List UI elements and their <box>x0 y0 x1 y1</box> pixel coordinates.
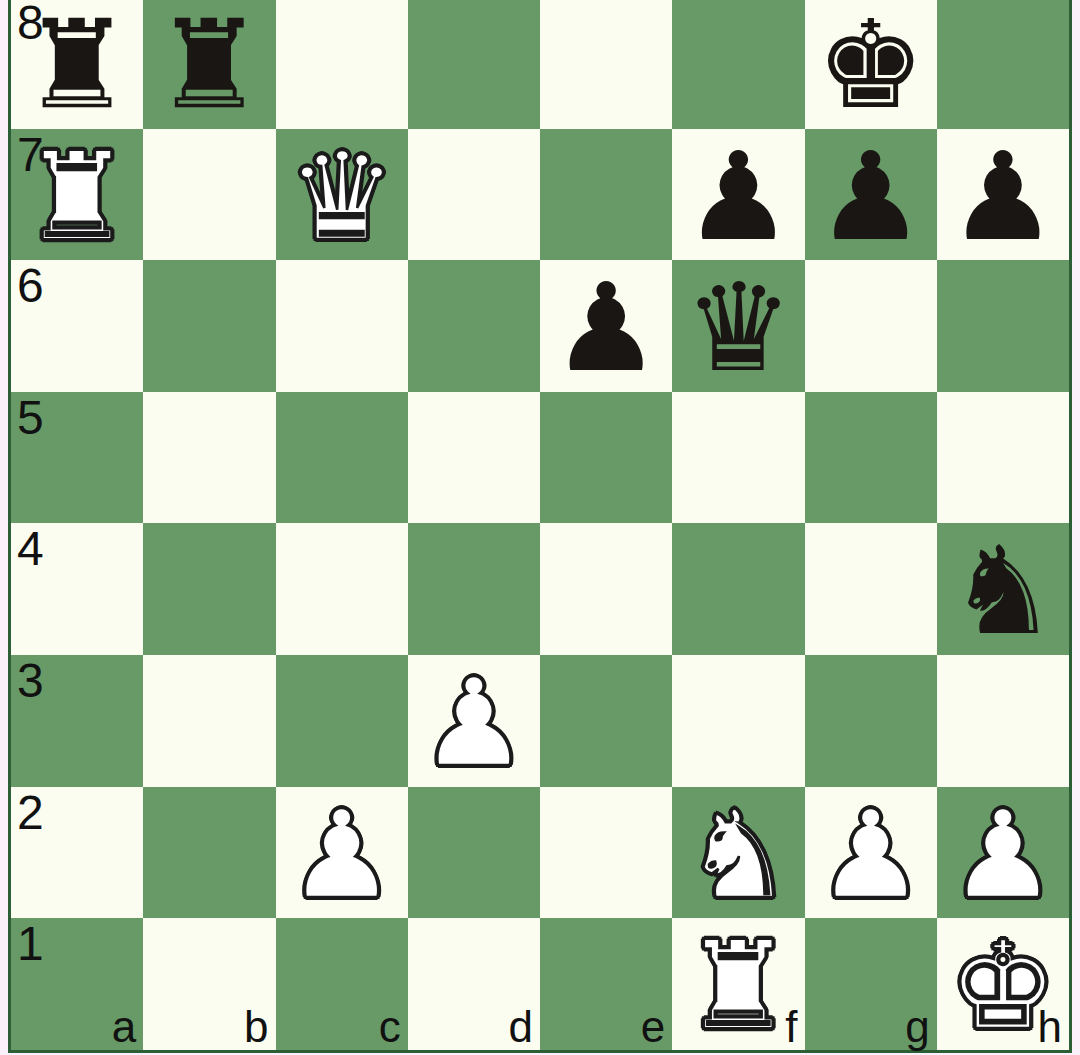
square-d8[interactable] <box>408 0 540 129</box>
rank-label-2: 2 <box>17 789 44 837</box>
square-b2[interactable] <box>143 787 275 919</box>
file-label-d: d <box>509 1005 533 1049</box>
square-e1[interactable]: e <box>540 918 672 1050</box>
square-a1[interactable]: 1a <box>11 918 143 1050</box>
square-c5[interactable] <box>276 392 408 524</box>
rank-label-4: 4 <box>17 525 44 573</box>
white-knight-icon[interactable]: ♞ <box>684 790 793 922</box>
square-d6[interactable] <box>408 260 540 392</box>
file-label-g: g <box>905 1005 929 1049</box>
square-f4[interactable] <box>672 523 804 655</box>
square-g7[interactable]: ♟ <box>805 129 937 261</box>
white-rook-icon[interactable]: ♜ <box>22 132 131 264</box>
square-b5[interactable] <box>143 392 275 524</box>
square-a6[interactable]: 6 <box>11 260 143 392</box>
black-rook-icon[interactable]: ♜ <box>22 0 131 132</box>
white-pawn-icon[interactable]: ♟ <box>287 790 396 922</box>
black-pawn-icon[interactable]: ♟ <box>551 263 660 395</box>
black-rook-icon[interactable]: ♜ <box>155 0 264 132</box>
square-c1[interactable]: c <box>276 918 408 1050</box>
file-label-b: b <box>244 1005 268 1049</box>
square-g4[interactable] <box>805 523 937 655</box>
square-e3[interactable] <box>540 655 672 787</box>
square-g5[interactable] <box>805 392 937 524</box>
page-background: 8♜♜♚7♜♛♟♟♟6♟♛54♞3♟2♟♞♟♟1abcdef♜gh♚ <box>0 0 1080 1055</box>
square-h3[interactable] <box>937 655 1069 787</box>
square-g6[interactable] <box>805 260 937 392</box>
square-b6[interactable] <box>143 260 275 392</box>
white-pawn-icon[interactable]: ♟ <box>816 790 925 922</box>
square-h5[interactable] <box>937 392 1069 524</box>
square-h8[interactable] <box>937 0 1069 129</box>
white-queen-icon[interactable]: ♛ <box>287 132 396 264</box>
square-a5[interactable]: 5 <box>11 392 143 524</box>
file-label-c: c <box>379 1005 401 1049</box>
square-f6[interactable]: ♛ <box>672 260 804 392</box>
square-d3[interactable]: ♟ <box>408 655 540 787</box>
rank-label-1: 1 <box>17 920 44 968</box>
square-c3[interactable] <box>276 655 408 787</box>
square-a4[interactable]: 4 <box>11 523 143 655</box>
square-b3[interactable] <box>143 655 275 787</box>
rank-label-3: 3 <box>17 657 44 705</box>
square-b1[interactable]: b <box>143 918 275 1050</box>
square-b8[interactable]: ♜ <box>143 0 275 129</box>
square-a8[interactable]: 8♜ <box>11 0 143 129</box>
white-pawn-icon[interactable]: ♟ <box>948 790 1057 922</box>
square-a2[interactable]: 2 <box>11 787 143 919</box>
square-a7[interactable]: 7♜ <box>11 129 143 261</box>
square-d1[interactable]: d <box>408 918 540 1050</box>
square-c7[interactable]: ♛ <box>276 129 408 261</box>
black-pawn-icon[interactable]: ♟ <box>948 132 1057 264</box>
square-h7[interactable]: ♟ <box>937 129 1069 261</box>
file-label-a: a <box>112 1005 136 1049</box>
black-queen-icon[interactable]: ♛ <box>684 263 793 395</box>
square-g2[interactable]: ♟ <box>805 787 937 919</box>
square-b4[interactable] <box>143 523 275 655</box>
square-c8[interactable] <box>276 0 408 129</box>
rank-label-6: 6 <box>17 262 44 310</box>
chess-board: 8♜♜♚7♜♛♟♟♟6♟♛54♞3♟2♟♞♟♟1abcdef♜gh♚ <box>8 0 1072 1053</box>
square-e2[interactable] <box>540 787 672 919</box>
square-h4[interactable]: ♞ <box>937 523 1069 655</box>
black-knight-icon[interactable]: ♞ <box>948 526 1057 658</box>
black-king-icon[interactable]: ♚ <box>816 0 925 132</box>
square-e7[interactable] <box>540 129 672 261</box>
square-c6[interactable] <box>276 260 408 392</box>
square-g1[interactable]: g <box>805 918 937 1050</box>
square-g3[interactable] <box>805 655 937 787</box>
square-h2[interactable]: ♟ <box>937 787 1069 919</box>
square-a3[interactable]: 3 <box>11 655 143 787</box>
square-e6[interactable]: ♟ <box>540 260 672 392</box>
square-f5[interactable] <box>672 392 804 524</box>
square-h1[interactable]: h♚ <box>937 918 1069 1050</box>
square-f2[interactable]: ♞ <box>672 787 804 919</box>
file-label-e: e <box>641 1005 665 1049</box>
black-pawn-icon[interactable]: ♟ <box>684 132 793 264</box>
black-pawn-icon[interactable]: ♟ <box>816 132 925 264</box>
square-e8[interactable] <box>540 0 672 129</box>
rank-label-5: 5 <box>17 394 44 442</box>
square-d4[interactable] <box>408 523 540 655</box>
square-d2[interactable] <box>408 787 540 919</box>
white-rook-icon[interactable]: ♜ <box>684 921 793 1053</box>
square-h6[interactable] <box>937 260 1069 392</box>
square-e4[interactable] <box>540 523 672 655</box>
square-e5[interactable] <box>540 392 672 524</box>
square-c2[interactable]: ♟ <box>276 787 408 919</box>
white-pawn-icon[interactable]: ♟ <box>419 658 528 790</box>
square-c4[interactable] <box>276 523 408 655</box>
square-g8[interactable]: ♚ <box>805 0 937 129</box>
square-b7[interactable] <box>143 129 275 261</box>
square-f8[interactable] <box>672 0 804 129</box>
square-f1[interactable]: f♜ <box>672 918 804 1050</box>
square-f3[interactable] <box>672 655 804 787</box>
square-f7[interactable]: ♟ <box>672 129 804 261</box>
white-king-icon[interactable]: ♚ <box>948 921 1057 1053</box>
square-d5[interactable] <box>408 392 540 524</box>
square-d7[interactable] <box>408 129 540 261</box>
